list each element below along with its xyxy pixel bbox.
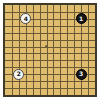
grid-line-horizontal: [5, 88, 95, 89]
stone-white-4[interactable]: 4: [20, 13, 31, 24]
stone-number-label: 2: [17, 71, 21, 77]
go-board[interactable]: 1234: [3, 3, 97, 97]
grid-line-horizontal: [5, 81, 95, 82]
grid-line-vertical: [88, 5, 89, 95]
stone-black-1[interactable]: 1: [76, 13, 87, 24]
stone-number-label: 4: [24, 15, 28, 21]
stone-number-label: 1: [79, 15, 83, 21]
stone-black-3[interactable]: 3: [76, 69, 87, 80]
stone-number-label: 3: [79, 71, 83, 77]
stone-white-2[interactable]: 2: [13, 69, 24, 80]
